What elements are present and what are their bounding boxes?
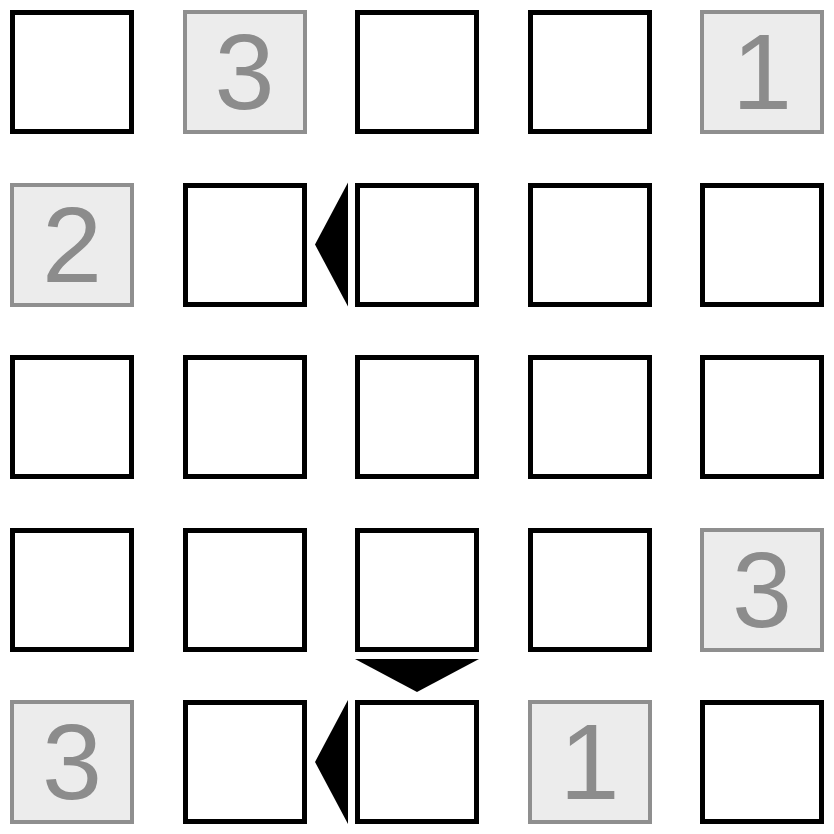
given-cell-r1c2: 3	[183, 10, 307, 134]
cell-r3c1[interactable]	[10, 355, 134, 479]
cell-r3c3[interactable]	[355, 355, 479, 479]
cell-r2c2[interactable]	[183, 183, 307, 307]
cell-r2c3[interactable]	[355, 183, 479, 307]
cell-r4c1[interactable]	[10, 528, 134, 652]
cell-r5c5[interactable]	[700, 700, 824, 824]
futoshiki-board: 312331	[0, 0, 834, 834]
cell-r3c5[interactable]	[700, 355, 824, 479]
cell-r4c3[interactable]	[355, 528, 479, 652]
cell-r1c4[interactable]	[528, 10, 652, 134]
cell-r1c1[interactable]	[10, 10, 134, 134]
cell-r1c3[interactable]	[355, 10, 479, 134]
inequality-arrow-left-r2c2-r2c3	[315, 183, 348, 307]
given-cell-r4c5: 3	[700, 528, 824, 652]
given-cell-r1c5: 1	[700, 10, 824, 134]
cell-r4c4[interactable]	[528, 528, 652, 652]
cell-r3c2[interactable]	[183, 355, 307, 479]
cell-r2c5[interactable]	[700, 183, 824, 307]
given-cell-r5c1: 3	[10, 700, 134, 824]
inequality-arrow-down-r4c3-r5c3	[355, 659, 479, 692]
cell-r4c2[interactable]	[183, 528, 307, 652]
cell-r5c3[interactable]	[355, 700, 479, 824]
cell-r5c2[interactable]	[183, 700, 307, 824]
cell-r3c4[interactable]	[528, 355, 652, 479]
given-cell-r5c4: 1	[528, 700, 652, 824]
inequality-arrow-left-r5c2-r5c3	[315, 700, 348, 824]
given-cell-r2c1: 2	[10, 183, 134, 307]
cell-r2c4[interactable]	[528, 183, 652, 307]
